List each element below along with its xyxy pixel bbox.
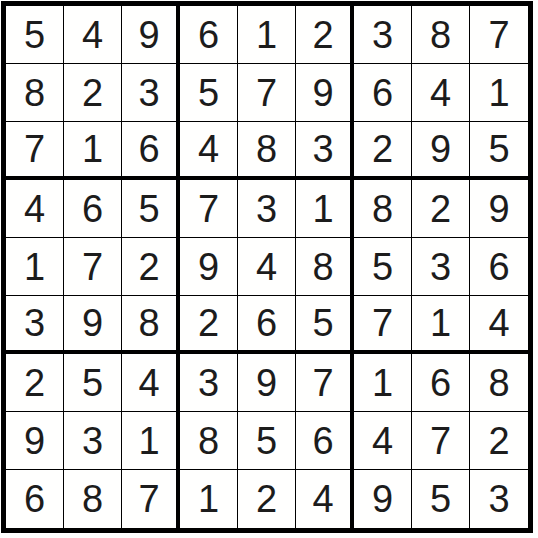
cell-r1c4[interactable]: 6 — [180, 6, 238, 64]
cell-r9c5[interactable]: 2 — [238, 470, 296, 528]
cell-r4c3[interactable]: 5 — [122, 180, 180, 238]
cell-r6c2[interactable]: 9 — [64, 296, 122, 354]
cell-r1c6[interactable]: 2 — [296, 6, 354, 64]
cell-r3c6[interactable]: 3 — [296, 122, 354, 180]
cell-r2c5[interactable]: 7 — [238, 64, 296, 122]
cell-r8c8[interactable]: 7 — [412, 412, 470, 470]
cell-r6c1[interactable]: 3 — [6, 296, 64, 354]
cell-r9c2[interactable]: 8 — [64, 470, 122, 528]
cell-r7c6[interactable]: 7 — [296, 354, 354, 412]
cell-r2c2[interactable]: 2 — [64, 64, 122, 122]
cell-r1c5[interactable]: 1 — [238, 6, 296, 64]
cell-r6c4[interactable]: 2 — [180, 296, 238, 354]
cell-r7c4[interactable]: 3 — [180, 354, 238, 412]
cell-r4c2[interactable]: 6 — [64, 180, 122, 238]
cell-r2c9[interactable]: 1 — [470, 64, 528, 122]
cell-r4c5[interactable]: 3 — [238, 180, 296, 238]
cell-r8c6[interactable]: 6 — [296, 412, 354, 470]
cell-r6c3[interactable]: 8 — [122, 296, 180, 354]
cell-r3c2[interactable]: 1 — [64, 122, 122, 180]
cell-r4c6[interactable]: 1 — [296, 180, 354, 238]
cell-r7c2[interactable]: 5 — [64, 354, 122, 412]
cell-r1c3[interactable]: 9 — [122, 6, 180, 64]
cell-r9c8[interactable]: 5 — [412, 470, 470, 528]
cell-r5c8[interactable]: 3 — [412, 238, 470, 296]
cell-r7c3[interactable]: 4 — [122, 354, 180, 412]
cell-r9c7[interactable]: 9 — [354, 470, 412, 528]
cell-r3c3[interactable]: 6 — [122, 122, 180, 180]
cell-r3c4[interactable]: 4 — [180, 122, 238, 180]
cell-r9c1[interactable]: 6 — [6, 470, 64, 528]
cell-r2c4[interactable]: 5 — [180, 64, 238, 122]
cell-r9c9[interactable]: 3 — [470, 470, 528, 528]
cell-r8c5[interactable]: 5 — [238, 412, 296, 470]
cell-r5c9[interactable]: 6 — [470, 238, 528, 296]
cell-r8c1[interactable]: 9 — [6, 412, 64, 470]
cell-r9c4[interactable]: 1 — [180, 470, 238, 528]
cell-r7c1[interactable]: 2 — [6, 354, 64, 412]
cell-r2c8[interactable]: 4 — [412, 64, 470, 122]
cell-r1c8[interactable]: 8 — [412, 6, 470, 64]
sudoku-board: 5496123878235796417164832954657318291729… — [1, 1, 533, 533]
cell-r5c4[interactable]: 9 — [180, 238, 238, 296]
cell-r6c6[interactable]: 5 — [296, 296, 354, 354]
cell-r3c9[interactable]: 5 — [470, 122, 528, 180]
cell-r7c7[interactable]: 1 — [354, 354, 412, 412]
cell-r3c7[interactable]: 2 — [354, 122, 412, 180]
cell-r7c8[interactable]: 6 — [412, 354, 470, 412]
cell-r5c7[interactable]: 5 — [354, 238, 412, 296]
cell-r9c3[interactable]: 7 — [122, 470, 180, 528]
cell-r5c6[interactable]: 8 — [296, 238, 354, 296]
cell-r6c7[interactable]: 7 — [354, 296, 412, 354]
cell-r3c5[interactable]: 8 — [238, 122, 296, 180]
cell-r1c7[interactable]: 3 — [354, 6, 412, 64]
cell-r6c8[interactable]: 1 — [412, 296, 470, 354]
cell-r4c4[interactable]: 7 — [180, 180, 238, 238]
cell-r4c9[interactable]: 9 — [470, 180, 528, 238]
cell-r4c1[interactable]: 4 — [6, 180, 64, 238]
cell-r5c3[interactable]: 2 — [122, 238, 180, 296]
cell-r8c7[interactable]: 4 — [354, 412, 412, 470]
cell-r1c9[interactable]: 7 — [470, 6, 528, 64]
cell-r7c5[interactable]: 9 — [238, 354, 296, 412]
cell-r2c3[interactable]: 3 — [122, 64, 180, 122]
cell-r7c9[interactable]: 8 — [470, 354, 528, 412]
cell-r2c1[interactable]: 8 — [6, 64, 64, 122]
cell-r2c7[interactable]: 6 — [354, 64, 412, 122]
cell-r1c1[interactable]: 5 — [6, 6, 64, 64]
cell-r4c7[interactable]: 8 — [354, 180, 412, 238]
cell-r6c9[interactable]: 4 — [470, 296, 528, 354]
cell-r5c2[interactable]: 7 — [64, 238, 122, 296]
cell-r8c9[interactable]: 2 — [470, 412, 528, 470]
cell-r3c1[interactable]: 7 — [6, 122, 64, 180]
cell-r5c5[interactable]: 4 — [238, 238, 296, 296]
sudoku-page: 5496123878235796417164832954657318291729… — [0, 0, 538, 538]
cell-r5c1[interactable]: 1 — [6, 238, 64, 296]
cell-r4c8[interactable]: 2 — [412, 180, 470, 238]
cell-r1c2[interactable]: 4 — [64, 6, 122, 64]
cell-r6c5[interactable]: 6 — [238, 296, 296, 354]
cell-r8c4[interactable]: 8 — [180, 412, 238, 470]
cell-r8c3[interactable]: 1 — [122, 412, 180, 470]
cell-r2c6[interactable]: 9 — [296, 64, 354, 122]
cell-r8c2[interactable]: 3 — [64, 412, 122, 470]
cell-r3c8[interactable]: 9 — [412, 122, 470, 180]
cell-r9c6[interactable]: 4 — [296, 470, 354, 528]
